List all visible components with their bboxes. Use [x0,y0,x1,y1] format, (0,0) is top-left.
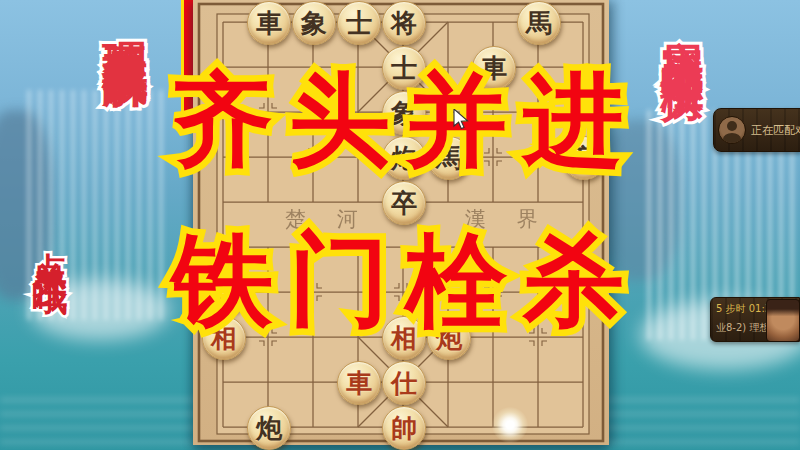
matchmaking-status-text: 正在匹配对手 [751,123,800,138]
piece-black-卒[interactable]: 卒 [382,181,426,225]
click-glow-effect [492,407,528,443]
piece-black-炮[interactable]: 炮 [247,406,291,450]
piece-black-象[interactable]: 象 [292,1,336,45]
piece-red-車[interactable]: 車 [337,361,381,405]
piece-black-車[interactable]: 車 [247,1,291,45]
title-line-1: 齐头并进 [150,70,662,171]
piece-black-馬[interactable]: 馬 [517,1,561,45]
matchmaking-panel[interactable]: 正在匹配对手 [713,108,800,152]
mouse-cursor-icon [453,109,471,131]
left-vertical-caption: 理想哥象棋实战讲解 [95,5,155,32]
player-avatar-photo [766,299,800,342]
title-line-2: 铁门栓杀 [150,230,662,331]
piece-black-士[interactable]: 士 [337,1,381,45]
follow-caption: 点关注哦❤ [26,224,73,309]
piece-red-仕[interactable]: 仕 [382,361,426,405]
piece-red-帥[interactable]: 帥 [382,406,426,450]
stream-thumbnail: { "game": "xiangqi", "position": { "fen"… [0,0,800,450]
avatar-placeholder-icon [718,116,746,144]
right-vertical-caption: 实用战术助你涨棋力 [654,6,712,51]
piece-black-将[interactable]: 将 [382,1,426,45]
